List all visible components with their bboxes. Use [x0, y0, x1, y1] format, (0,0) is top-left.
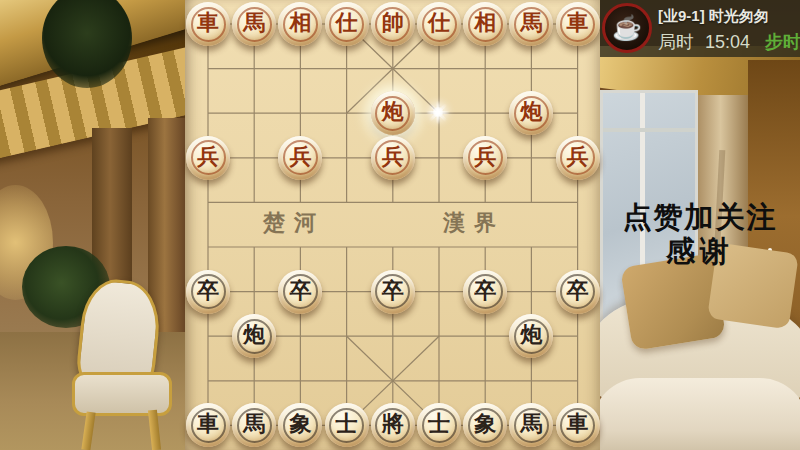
piece-character: 象: [474, 413, 496, 435]
piece-ring: 象: [283, 408, 318, 443]
piece-red-horse[interactable]: 馬: [232, 2, 276, 46]
piece-red-advisor[interactable]: 仕: [325, 2, 369, 46]
piece-ring: 象: [468, 408, 503, 443]
piece-character: 象: [289, 413, 311, 435]
piece-black-soldier[interactable]: 卒: [371, 270, 415, 314]
piece-character: 兵: [567, 146, 589, 168]
piece-character: 仕: [428, 12, 450, 34]
piece-character: 馬: [243, 12, 265, 34]
piece-red-soldier[interactable]: 兵: [371, 136, 415, 180]
piece-character: 車: [197, 413, 219, 435]
river-label-left: 楚河: [263, 208, 325, 238]
timer-row: 局时 15:04 步时 00: [658, 30, 800, 54]
piece-character: 卒: [382, 280, 404, 302]
piece-ring: 兵: [283, 140, 318, 175]
piece-character: 馬: [520, 12, 542, 34]
piece-black-chariot[interactable]: 車: [556, 403, 600, 447]
player-avatar coffee-cup-icon[interactable]: ☕: [602, 3, 652, 53]
piece-ring: 馬: [237, 7, 272, 42]
piece-ring: 炮: [514, 96, 549, 131]
piece-ring: 車: [560, 408, 595, 443]
piece-red-general[interactable]: 帥: [371, 2, 415, 46]
piece-black-soldier[interactable]: 卒: [556, 270, 600, 314]
board-grid: [185, 0, 600, 450]
piece-character: 車: [197, 12, 219, 34]
bg-window-mullion: [603, 128, 695, 132]
piece-character: 炮: [520, 101, 542, 123]
piece-ring: 兵: [375, 140, 410, 175]
piece-ring: 卒: [283, 274, 318, 309]
piece-character: 相: [289, 12, 311, 34]
piece-ring: 卒: [375, 274, 410, 309]
piece-character: 兵: [382, 146, 404, 168]
piece-red-cannon[interactable]: 炮: [371, 91, 415, 135]
piece-ring: 兵: [560, 140, 595, 175]
promo-text-line2: 感谢: [600, 232, 800, 272]
piece-ring: 卒: [468, 274, 503, 309]
piece-character: 將: [382, 413, 404, 435]
piece-ring: 兵: [468, 140, 503, 175]
piece-character: 卒: [197, 280, 219, 302]
piece-ring: 車: [560, 7, 595, 42]
piece-ring: 將: [375, 408, 410, 443]
piece-ring: 卒: [560, 274, 595, 309]
piece-character: 炮: [243, 324, 265, 346]
piece-character: 馬: [520, 413, 542, 435]
piece-character: 車: [567, 413, 589, 435]
piece-red-soldier[interactable]: 兵: [278, 136, 322, 180]
game-time-value: 15:04: [705, 32, 750, 52]
last-move-sparkle-icon: [425, 99, 451, 125]
river-label-right: 漢界: [443, 208, 505, 238]
piece-character: 炮: [520, 324, 542, 346]
player-name: [业9-1] 时光匆匆: [658, 7, 800, 27]
piece-character: 兵: [474, 146, 496, 168]
piece-character: 士: [336, 413, 358, 435]
game-time-label: 局时: [658, 32, 694, 52]
piece-ring: 士: [329, 408, 364, 443]
piece-ring: 炮: [514, 319, 549, 354]
piece-character: 炮: [382, 101, 404, 123]
piece-black-soldier[interactable]: 卒: [278, 270, 322, 314]
piece-black-advisor[interactable]: 士: [325, 403, 369, 447]
piece-black-general[interactable]: 將: [371, 403, 415, 447]
piece-black-soldier[interactable]: 卒: [186, 270, 230, 314]
piece-ring: 馬: [514, 7, 549, 42]
piece-red-chariot[interactable]: 車: [556, 2, 600, 46]
bg-couch-seat: [600, 378, 800, 450]
coffee-cup-glyph: ☕: [612, 14, 642, 42]
move-time-label: 步时: [765, 32, 800, 52]
bg-gilded-chair-seat: [72, 372, 172, 416]
stream-frame: 楚河 漢界 車馬相仕帥仕相馬車炮炮兵兵兵兵兵卒卒卒卒卒炮炮車馬象士將士象馬車 ☕…: [0, 0, 800, 450]
piece-red-advisor[interactable]: 仕: [417, 2, 461, 46]
piece-ring: 帥: [375, 7, 410, 42]
piece-ring: 馬: [237, 408, 272, 443]
xiangqi-board[interactable]: 楚河 漢界 車馬相仕帥仕相馬車炮炮兵兵兵兵兵卒卒卒卒卒炮炮車馬象士將士象馬車: [185, 0, 600, 450]
piece-character: 仕: [336, 12, 358, 34]
piece-character: 兵: [197, 146, 219, 168]
piece-red-soldier[interactable]: 兵: [463, 136, 507, 180]
piece-character: 卒: [567, 280, 589, 302]
piece-character: 卒: [474, 280, 496, 302]
piece-red-chariot[interactable]: 車: [186, 2, 230, 46]
piece-character: 兵: [289, 146, 311, 168]
piece-character: 士: [428, 413, 450, 435]
piece-ring: 馬: [514, 408, 549, 443]
piece-character: 馬: [243, 413, 265, 435]
piece-ring: 相: [468, 7, 503, 42]
piece-ring: 士: [422, 408, 457, 443]
piece-ring: 車: [191, 408, 226, 443]
piece-character: 車: [567, 12, 589, 34]
piece-red-soldier[interactable]: 兵: [556, 136, 600, 180]
piece-character: 帥: [382, 12, 404, 34]
piece-red-elephant[interactable]: 相: [463, 2, 507, 46]
piece-black-soldier[interactable]: 卒: [463, 270, 507, 314]
piece-character: 相: [474, 12, 496, 34]
piece-ring: 卒: [191, 274, 226, 309]
bg-left-room: [0, 0, 185, 450]
piece-red-soldier[interactable]: 兵: [186, 136, 230, 180]
piece-character: 卒: [289, 280, 311, 302]
piece-ring: 兵: [191, 140, 226, 175]
piece-ring: 炮: [237, 319, 272, 354]
piece-ring: 車: [191, 7, 226, 42]
piece-ring: 炮: [375, 96, 410, 131]
piece-ring: 仕: [422, 7, 457, 42]
piece-ring: 相: [283, 7, 318, 42]
piece-ring: 仕: [329, 7, 364, 42]
